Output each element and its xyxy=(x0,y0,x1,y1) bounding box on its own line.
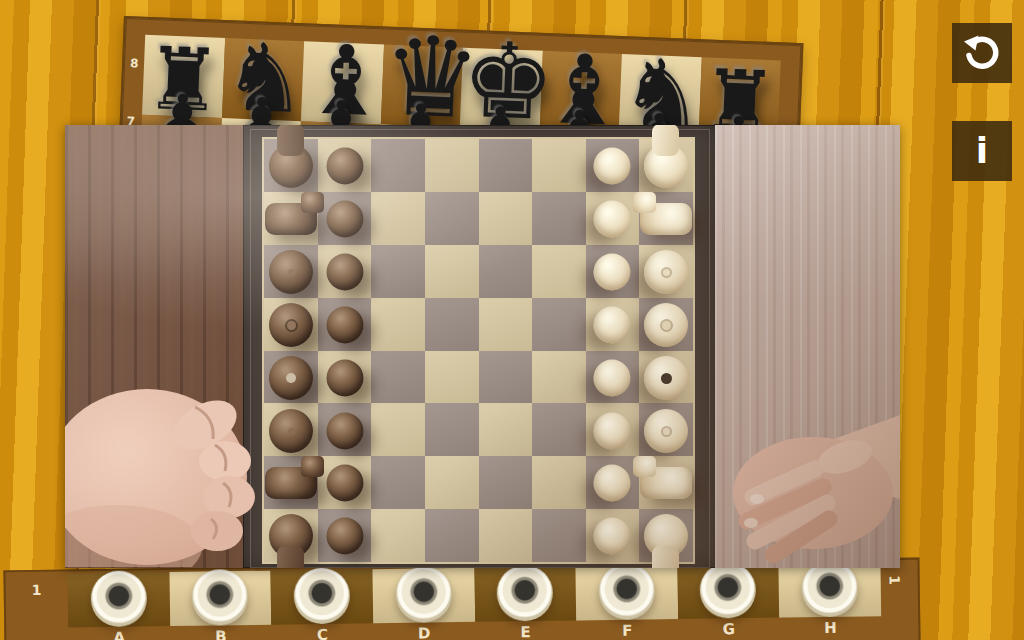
white-rook-a1[interactable] xyxy=(90,570,147,627)
photo-dark-king xyxy=(269,356,313,400)
file-label-A: A xyxy=(68,626,170,640)
file-label-F: F xyxy=(576,619,678,640)
white-queen-d1[interactable] xyxy=(395,566,452,623)
right-player-hands xyxy=(695,401,900,568)
photo-dark-pawn xyxy=(326,465,363,502)
photo-dark-pawn xyxy=(326,412,363,449)
file-label-B: B xyxy=(170,625,272,640)
photo-light-rook xyxy=(644,514,688,558)
photo-dark-pawn xyxy=(326,359,363,396)
photo-light-bishop xyxy=(644,409,688,453)
photo-light-pawn xyxy=(594,465,631,502)
photo-dark-bishop xyxy=(269,409,313,453)
photo-dark-pawn xyxy=(326,200,363,237)
photo-light-pawn xyxy=(594,412,631,449)
photo-light-pawn xyxy=(594,306,631,343)
photo-light-king xyxy=(644,356,688,400)
white-bishop-f1[interactable] xyxy=(598,563,655,620)
photo-light-queen xyxy=(644,303,688,347)
photo-light-bishop xyxy=(644,250,688,294)
photo-light-pawn xyxy=(594,148,631,185)
info-label: i xyxy=(976,133,988,169)
file-label-G: G xyxy=(678,618,780,640)
photo-light-rook xyxy=(644,144,688,188)
photo-dark-rook xyxy=(269,144,313,188)
photo-dark-pawn xyxy=(326,518,363,555)
file-label-H: H xyxy=(780,616,882,639)
file-label-C: C xyxy=(271,623,373,640)
photo-dark-rook xyxy=(269,514,313,558)
photo-light-pawn xyxy=(594,518,631,555)
rank-label-8: 8 xyxy=(130,56,139,70)
rank-label-1-right: 1 xyxy=(886,575,902,585)
photo-light-pawn xyxy=(594,253,631,290)
photo-dark-pawn xyxy=(326,253,363,290)
photo-dark-pawn xyxy=(326,148,363,185)
photo-dark-queen xyxy=(269,303,313,347)
file-label-E: E xyxy=(475,620,577,640)
app-background: 8 7 ♜♞♝♛♚♝♞♜♟♟♟♟♟♟♟♟ ABCDEFGH 1 1 xyxy=(0,0,1024,640)
photo-light-pawn xyxy=(594,359,631,396)
game-board-3d-bottom[interactable]: ABCDEFGH 1 1 xyxy=(3,558,920,640)
rank-label-1-left: 1 xyxy=(32,582,42,598)
photo-dark-pawn xyxy=(326,306,363,343)
photo-dark-knight xyxy=(265,203,317,235)
photo-light-knight xyxy=(640,467,692,499)
photo-light-knight xyxy=(640,203,692,235)
splash-photo-overlay xyxy=(65,125,900,568)
photo-dark-bishop xyxy=(269,250,313,294)
undo-button[interactable] xyxy=(952,23,1012,83)
file-label-D: D xyxy=(373,622,475,640)
info-button[interactable]: i xyxy=(952,121,1012,181)
left-player-hand xyxy=(65,349,275,567)
undo-icon xyxy=(962,33,1002,73)
photo-board-pieces xyxy=(264,139,693,562)
photo-light-pawn xyxy=(594,200,631,237)
